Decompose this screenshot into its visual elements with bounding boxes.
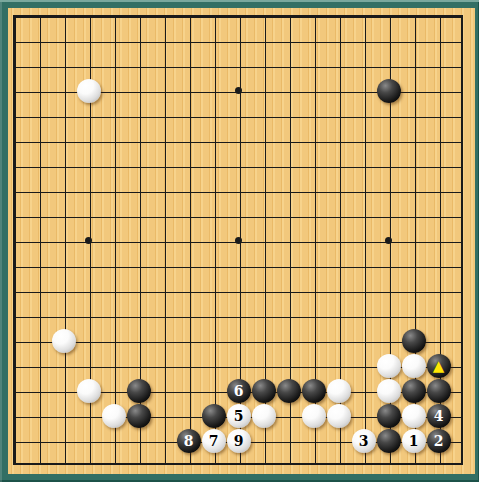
white-stone-po[interactable] [377, 354, 401, 378]
black-stone-lp[interactable] [277, 379, 301, 403]
black-stone-mp[interactable] [302, 379, 326, 403]
intersection-or[interactable]: 3 [351, 428, 376, 453]
intersection-nq[interactable] [326, 403, 351, 428]
intersection-iq[interactable] [201, 403, 226, 428]
black-stone-pq[interactable] [377, 404, 401, 428]
intersection-np[interactable] [326, 378, 351, 403]
intersection-jp[interactable]: 6 [226, 378, 251, 403]
black-stone-fq[interactable] [127, 404, 151, 428]
star-point [376, 228, 401, 253]
black-stone-ro[interactable]: ▲ [427, 354, 451, 378]
go-board[interactable]: ▲654879312 [8, 8, 475, 474]
intersection-lp[interactable] [276, 378, 301, 403]
intersection-qr[interactable]: 1 [401, 428, 426, 453]
white-stone-np[interactable] [327, 379, 351, 403]
intersection-dp[interactable] [76, 378, 101, 403]
board-grid[interactable]: ▲654879312 [1, 3, 476, 478]
intersection-qq[interactable] [401, 403, 426, 428]
move-number-label: 3 [359, 429, 369, 453]
star-point-dot [85, 237, 92, 244]
move-number-label: 8 [184, 429, 194, 453]
white-stone-jq[interactable]: 5 [227, 404, 251, 428]
intersection-hr[interactable]: 8 [176, 428, 201, 453]
intersection-mq[interactable] [301, 403, 326, 428]
intersection-rr[interactable]: 2 [426, 428, 451, 453]
white-stone-qo[interactable] [402, 354, 426, 378]
white-stone-eq[interactable] [102, 404, 126, 428]
intersection-pd[interactable] [376, 78, 401, 103]
white-stone-mq[interactable] [302, 404, 326, 428]
star-point-dot [235, 237, 242, 244]
intersection-fq[interactable] [126, 403, 151, 428]
intersection-ro[interactable]: ▲ [426, 353, 451, 378]
black-stone-fp[interactable] [127, 379, 151, 403]
star-point [226, 78, 251, 103]
move-number-label: 9 [234, 429, 244, 453]
star-point-dot [235, 87, 242, 94]
black-stone-rp[interactable] [427, 379, 451, 403]
white-stone-pp[interactable] [377, 379, 401, 403]
intersection-jr[interactable]: 9 [226, 428, 251, 453]
intersection-rp[interactable] [426, 378, 451, 403]
intersection-mp[interactable] [301, 378, 326, 403]
white-stone-ir[interactable]: 7 [202, 429, 226, 453]
star-point [76, 228, 101, 253]
black-stone-hr[interactable]: 8 [177, 429, 201, 453]
black-stone-rr[interactable]: 2 [427, 429, 451, 453]
intersection-eq[interactable] [101, 403, 126, 428]
white-stone-or[interactable]: 3 [352, 429, 376, 453]
intersection-qp[interactable] [401, 378, 426, 403]
intersection-jq[interactable]: 5 [226, 403, 251, 428]
intersection-pr[interactable] [376, 428, 401, 453]
white-stone-jr[interactable]: 9 [227, 429, 251, 453]
intersection-qo[interactable] [401, 353, 426, 378]
black-stone-qp[interactable] [402, 379, 426, 403]
black-stone-jp[interactable]: 6 [227, 379, 251, 403]
white-stone-cn[interactable] [52, 329, 76, 353]
move-number-label: 7 [209, 429, 219, 453]
white-stone-dd[interactable] [77, 79, 101, 103]
intersection-pp[interactable] [376, 378, 401, 403]
white-stone-nq[interactable] [327, 404, 351, 428]
triangle-mark-icon: ▲ [433, 354, 445, 378]
intersection-kq[interactable] [251, 403, 276, 428]
move-number-label: 5 [234, 404, 244, 428]
intersection-kp[interactable] [251, 378, 276, 403]
star-point [226, 228, 251, 253]
move-number-label: 2 [434, 429, 444, 453]
intersection-po[interactable] [376, 353, 401, 378]
white-stone-qr[interactable]: 1 [402, 429, 426, 453]
move-number-label: 6 [234, 379, 244, 403]
intersection-ir[interactable]: 7 [201, 428, 226, 453]
move-number-label: 4 [434, 404, 444, 428]
black-stone-pr[interactable] [377, 429, 401, 453]
white-stone-dp[interactable] [77, 379, 101, 403]
white-stone-kq[interactable] [252, 404, 276, 428]
board-frame: ▲654879312 [0, 0, 479, 482]
intersection-rq[interactable]: 4 [426, 403, 451, 428]
intersection-pq[interactable] [376, 403, 401, 428]
white-stone-qq[interactable] [402, 404, 426, 428]
intersection-dd[interactable] [76, 78, 101, 103]
intersection-qn[interactable] [401, 328, 426, 353]
black-stone-qn[interactable] [402, 329, 426, 353]
black-stone-kp[interactable] [252, 379, 276, 403]
move-number-label: 1 [409, 429, 419, 453]
black-stone-rq[interactable]: 4 [427, 404, 451, 428]
intersection-cn[interactable] [51, 328, 76, 353]
star-point-dot [385, 237, 392, 244]
intersection-fp[interactable] [126, 378, 151, 403]
black-stone-pd[interactable] [377, 79, 401, 103]
black-stone-iq[interactable] [202, 404, 226, 428]
